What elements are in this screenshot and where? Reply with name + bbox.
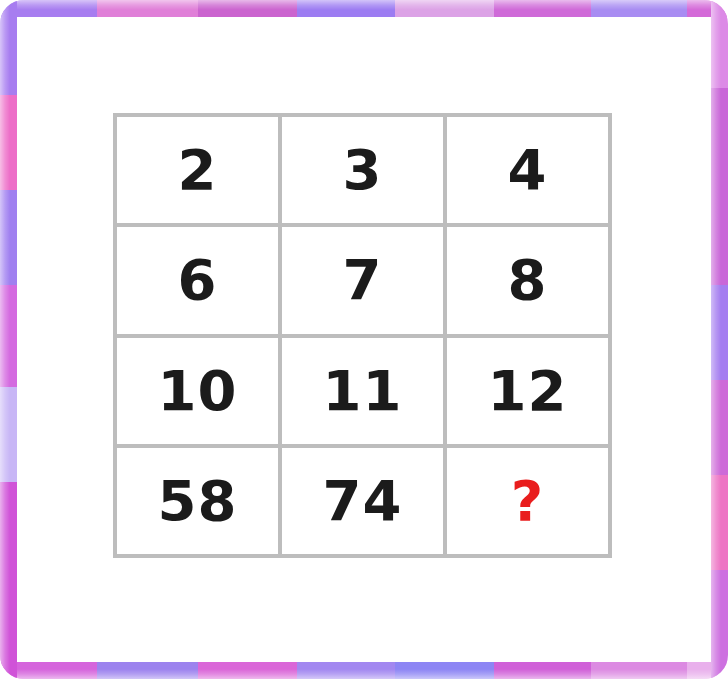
- cell-r4c2: 74: [282, 448, 443, 554]
- cell-r3c3: 12: [447, 338, 608, 444]
- puzzle-panel: 2346781011125874?: [17, 17, 711, 662]
- cell-r3c1: 10: [117, 338, 278, 444]
- cell-r3c2: 11: [282, 338, 443, 444]
- cell-r2c2: 7: [282, 227, 443, 333]
- cell-r1c1: 2: [117, 117, 278, 223]
- cell-r2c1: 6: [117, 227, 278, 333]
- cell-r1c2: 3: [282, 117, 443, 223]
- cell-r2c3: 8: [447, 227, 608, 333]
- puzzle-grid: 2346781011125874?: [113, 113, 612, 558]
- puzzle-page: 2346781011125874?: [0, 0, 728, 679]
- decorative-frame: 2346781011125874?: [0, 0, 728, 679]
- cell-r4c1: 58: [117, 448, 278, 554]
- frame-edge-right: [711, 0, 728, 679]
- cell-r4c3: ?: [447, 448, 608, 554]
- frame-edge-left: [0, 0, 17, 679]
- frame-edge-top: [0, 0, 728, 17]
- frame-edge-bottom: [0, 662, 728, 679]
- cell-r1c3: 4: [447, 117, 608, 223]
